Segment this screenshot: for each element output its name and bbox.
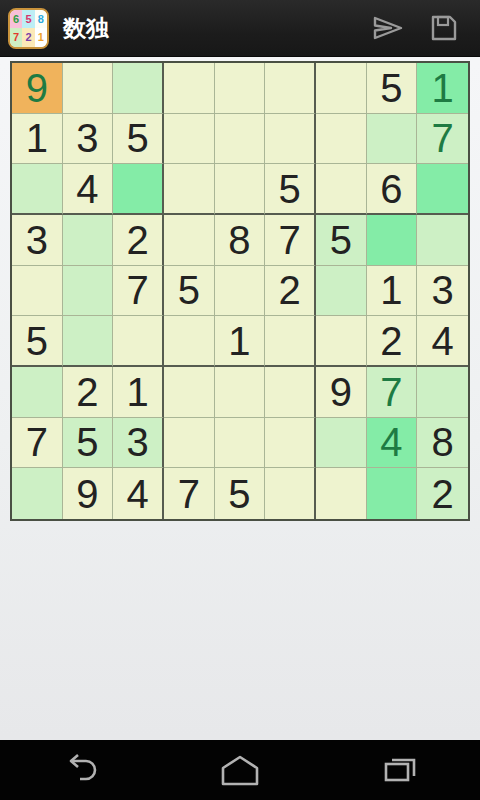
cell-r2c3[interactable]: 5 (113, 114, 164, 165)
cell-r9c5[interactable]: 5 (215, 468, 266, 519)
cell-r7c3[interactable]: 1 (113, 367, 164, 418)
cell-r3c9[interactable] (417, 164, 468, 215)
cell-r6c2[interactable] (63, 316, 114, 367)
cell-r9c6[interactable] (265, 468, 316, 519)
cell-r8c1[interactable]: 7 (12, 418, 63, 469)
action-bar-actions (360, 4, 472, 52)
cell-r6c4[interactable] (164, 316, 215, 367)
cell-r8c5[interactable] (215, 418, 266, 469)
cell-r3c2[interactable]: 4 (63, 164, 114, 215)
cell-r1c4[interactable] (164, 63, 215, 114)
cell-r4c1[interactable]: 3 (12, 215, 63, 266)
cell-r8c9[interactable]: 8 (417, 418, 468, 469)
cell-r8c6[interactable] (265, 418, 316, 469)
cell-r3c5[interactable] (215, 164, 266, 215)
cell-r9c9[interactable]: 2 (417, 468, 468, 519)
cell-r2c1[interactable]: 1 (12, 114, 63, 165)
cell-r7c5[interactable] (215, 367, 266, 418)
cell-r4c2[interactable] (63, 215, 114, 266)
send-icon (371, 12, 405, 44)
app-icon-digit: 5 (22, 10, 34, 29)
cell-r4c5[interactable]: 8 (215, 215, 266, 266)
cell-r6c8[interactable]: 2 (367, 316, 418, 367)
app-icon-digit: 2 (22, 28, 34, 47)
app-icon-digit: 1 (35, 28, 47, 47)
cell-r9c8[interactable] (367, 468, 418, 519)
cell-r4c7[interactable]: 5 (316, 215, 367, 266)
cell-r5c9[interactable]: 3 (417, 266, 468, 317)
cell-r1c9[interactable]: 1 (417, 63, 468, 114)
cell-r1c5[interactable] (215, 63, 266, 114)
sudoku-board: 95113574563287575213512421977534894752 (10, 61, 470, 521)
cell-r7c9[interactable] (417, 367, 468, 418)
cell-r9c3[interactable]: 4 (113, 468, 164, 519)
cell-r6c9[interactable]: 4 (417, 316, 468, 367)
cell-r2c4[interactable] (164, 114, 215, 165)
cell-r3c6[interactable]: 5 (265, 164, 316, 215)
cell-r9c7[interactable] (316, 468, 367, 519)
cell-r5c4[interactable]: 5 (164, 266, 215, 317)
cell-r2c9[interactable]: 7 (417, 114, 468, 165)
cell-r6c5[interactable]: 1 (215, 316, 266, 367)
cell-r6c3[interactable] (113, 316, 164, 367)
cell-r5c7[interactable] (316, 266, 367, 317)
recents-icon (378, 753, 422, 787)
cell-r6c6[interactable] (265, 316, 316, 367)
cell-r5c8[interactable]: 1 (367, 266, 418, 317)
cell-r2c2[interactable]: 3 (63, 114, 114, 165)
cell-r8c3[interactable]: 3 (113, 418, 164, 469)
cell-r5c6[interactable]: 2 (265, 266, 316, 317)
cell-r9c2[interactable]: 9 (63, 468, 114, 519)
screen: 658721 数独 95113574563287575213 (0, 0, 480, 800)
cell-r8c7[interactable] (316, 418, 367, 469)
save-button[interactable] (416, 4, 472, 52)
cell-r7c4[interactable] (164, 367, 215, 418)
cell-r6c1[interactable]: 5 (12, 316, 63, 367)
cell-r6c7[interactable] (316, 316, 367, 367)
cell-r2c5[interactable] (215, 114, 266, 165)
cell-r8c2[interactable]: 5 (63, 418, 114, 469)
recents-button[interactable] (320, 740, 480, 800)
cell-r5c5[interactable] (215, 266, 266, 317)
cell-r4c6[interactable]: 7 (265, 215, 316, 266)
app-title: 数独 (63, 13, 109, 44)
cell-r5c2[interactable] (63, 266, 114, 317)
app-icon[interactable]: 658721 (8, 8, 49, 49)
navigation-bar (0, 740, 480, 800)
action-bar: 658721 数独 (0, 0, 480, 57)
cell-r1c3[interactable] (113, 63, 164, 114)
cell-r3c3[interactable] (113, 164, 164, 215)
cell-r3c4[interactable] (164, 164, 215, 215)
cell-r4c4[interactable] (164, 215, 215, 266)
cell-r1c1[interactable]: 9 (12, 63, 63, 114)
cell-r7c1[interactable] (12, 367, 63, 418)
cell-r1c7[interactable] (316, 63, 367, 114)
cell-r8c4[interactable] (164, 418, 215, 469)
app-icon-digit: 8 (35, 10, 47, 29)
cell-r4c3[interactable]: 2 (113, 215, 164, 266)
cell-r1c6[interactable] (265, 63, 316, 114)
app-icon-digit: 7 (10, 28, 22, 47)
cell-r3c8[interactable]: 6 (367, 164, 418, 215)
cell-r3c7[interactable] (316, 164, 367, 215)
app-icon-digit: 6 (10, 10, 22, 29)
back-icon (58, 753, 102, 787)
cell-r5c1[interactable] (12, 266, 63, 317)
cell-r1c8[interactable]: 5 (367, 63, 418, 114)
cell-r2c7[interactable] (316, 114, 367, 165)
cell-r9c4[interactable]: 7 (164, 468, 215, 519)
cell-r4c9[interactable] (417, 215, 468, 266)
cell-r2c6[interactable] (265, 114, 316, 165)
home-icon (217, 753, 263, 787)
cell-r7c7[interactable]: 9 (316, 367, 367, 418)
cell-r1c2[interactable] (63, 63, 114, 114)
send-button[interactable] (360, 4, 416, 52)
cell-r7c6[interactable] (265, 367, 316, 418)
cell-r2c8[interactable] (367, 114, 418, 165)
cell-r5c3[interactable]: 7 (113, 266, 164, 317)
save-icon (428, 12, 460, 44)
home-button[interactable] (160, 740, 320, 800)
cell-r7c8[interactable]: 7 (367, 367, 418, 418)
cell-r8c8[interactable]: 4 (367, 418, 418, 469)
back-button[interactable] (0, 740, 160, 800)
cell-r9c1[interactable] (12, 468, 63, 519)
cell-r4c8[interactable] (367, 215, 418, 266)
cell-r7c2[interactable]: 2 (63, 367, 114, 418)
cell-r3c1[interactable] (12, 164, 63, 215)
